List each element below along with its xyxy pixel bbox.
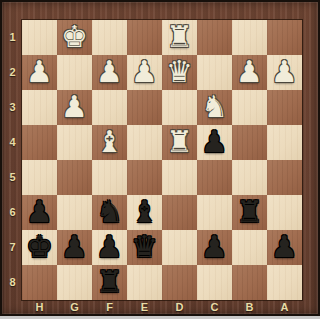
file-label-g: G — [57, 300, 92, 316]
file-label-a: A — [267, 300, 302, 316]
file-label-b: B — [232, 300, 267, 316]
square-h6[interactable]: ♟ — [22, 195, 57, 230]
square-d4[interactable]: ♜ — [162, 125, 197, 160]
square-g4[interactable] — [57, 125, 92, 160]
square-b4[interactable] — [232, 125, 267, 160]
square-h2[interactable]: ♟ — [22, 55, 57, 90]
white-pawn[interactable]: ♟ — [22, 55, 57, 90]
white-pawn[interactable]: ♟ — [232, 55, 267, 90]
square-a5[interactable] — [267, 160, 302, 195]
white-pawn[interactable]: ♟ — [57, 90, 92, 125]
square-c2[interactable] — [197, 55, 232, 90]
rank-label-1: 1 — [4, 20, 21, 55]
rank-label-4: 4 — [4, 125, 21, 160]
square-h7[interactable]: ♚ — [22, 230, 57, 265]
black-bishop[interactable]: ♝ — [127, 195, 162, 230]
square-c5[interactable] — [197, 160, 232, 195]
square-a2[interactable]: ♟ — [267, 55, 302, 90]
square-a7[interactable]: ♟ — [267, 230, 302, 265]
square-h3[interactable] — [22, 90, 57, 125]
square-f6[interactable]: ♞ — [92, 195, 127, 230]
square-f8[interactable]: ♜ — [92, 265, 127, 300]
white-king[interactable]: ♚ — [57, 20, 92, 55]
square-c6[interactable] — [197, 195, 232, 230]
black-pawn[interactable]: ♟ — [197, 125, 232, 160]
square-c8[interactable] — [197, 265, 232, 300]
board-frame: ♚♜♟♟♟♛♟♟♟♞♝♜♟♟♞♝♜♚♟♟♛♟♟♜ 12345678 HGFEDC… — [0, 0, 320, 316]
file-label-d: D — [162, 300, 197, 316]
square-b3[interactable] — [232, 90, 267, 125]
file-label-c: C — [197, 300, 232, 316]
square-a6[interactable] — [267, 195, 302, 230]
square-e7[interactable]: ♛ — [127, 230, 162, 265]
square-c4[interactable]: ♟ — [197, 125, 232, 160]
file-label-f: F — [92, 300, 127, 316]
white-rook[interactable]: ♜ — [162, 125, 197, 160]
file-label-h: H — [22, 300, 57, 316]
square-b1[interactable] — [232, 20, 267, 55]
square-d3[interactable] — [162, 90, 197, 125]
square-d7[interactable] — [162, 230, 197, 265]
white-queen[interactable]: ♛ — [162, 55, 197, 90]
square-e8[interactable] — [127, 265, 162, 300]
page-background: ♚♜♟♟♟♛♟♟♟♞♝♜♟♟♞♝♜♚♟♟♛♟♟♜ 12345678 HGFEDC… — [0, 0, 320, 319]
square-d8[interactable] — [162, 265, 197, 300]
square-b7[interactable] — [232, 230, 267, 265]
square-h4[interactable] — [22, 125, 57, 160]
square-b6[interactable]: ♜ — [232, 195, 267, 230]
square-e2[interactable]: ♟ — [127, 55, 162, 90]
rank-label-6: 6 — [4, 195, 21, 230]
square-g7[interactable]: ♟ — [57, 230, 92, 265]
white-pawn[interactable]: ♟ — [92, 55, 127, 90]
square-e6[interactable]: ♝ — [127, 195, 162, 230]
black-rook[interactable]: ♜ — [232, 195, 267, 230]
white-rook[interactable]: ♜ — [162, 20, 197, 55]
square-c3[interactable]: ♞ — [197, 90, 232, 125]
square-d6[interactable] — [162, 195, 197, 230]
square-e4[interactable] — [127, 125, 162, 160]
square-a8[interactable] — [267, 265, 302, 300]
square-c7[interactable]: ♟ — [197, 230, 232, 265]
square-g1[interactable]: ♚ — [57, 20, 92, 55]
square-f4[interactable]: ♝ — [92, 125, 127, 160]
square-e1[interactable] — [127, 20, 162, 55]
square-g3[interactable]: ♟ — [57, 90, 92, 125]
black-pawn[interactable]: ♟ — [92, 230, 127, 265]
square-c1[interactable] — [197, 20, 232, 55]
rank-label-5: 5 — [4, 160, 21, 195]
square-g6[interactable] — [57, 195, 92, 230]
black-queen[interactable]: ♛ — [127, 230, 162, 265]
chess-board: ♚♜♟♟♟♛♟♟♟♞♝♜♟♟♞♝♜♚♟♟♛♟♟♜ — [22, 20, 302, 300]
square-f5[interactable] — [92, 160, 127, 195]
rank-label-3: 3 — [4, 90, 21, 125]
square-d1[interactable]: ♜ — [162, 20, 197, 55]
black-pawn[interactable]: ♟ — [197, 230, 232, 265]
square-b8[interactable] — [232, 265, 267, 300]
white-pawn[interactable]: ♟ — [267, 55, 302, 90]
rank-label-2: 2 — [4, 55, 21, 90]
black-pawn[interactable]: ♟ — [22, 195, 57, 230]
file-label-e: E — [127, 300, 162, 316]
black-king[interactable]: ♚ — [22, 230, 57, 265]
square-a4[interactable] — [267, 125, 302, 160]
square-e3[interactable] — [127, 90, 162, 125]
square-h8[interactable] — [22, 265, 57, 300]
square-a1[interactable] — [267, 20, 302, 55]
square-f2[interactable]: ♟ — [92, 55, 127, 90]
square-d2[interactable]: ♛ — [162, 55, 197, 90]
white-bishop[interactable]: ♝ — [92, 125, 127, 160]
black-knight[interactable]: ♞ — [92, 195, 127, 230]
square-a3[interactable] — [267, 90, 302, 125]
square-g8[interactable] — [57, 265, 92, 300]
black-rook[interactable]: ♜ — [92, 265, 127, 300]
square-f3[interactable] — [92, 90, 127, 125]
white-pawn[interactable]: ♟ — [127, 55, 162, 90]
square-f7[interactable]: ♟ — [92, 230, 127, 265]
rank-label-8: 8 — [4, 265, 21, 300]
square-g5[interactable] — [57, 160, 92, 195]
white-knight[interactable]: ♞ — [197, 90, 232, 125]
square-h1[interactable] — [22, 20, 57, 55]
square-e5[interactable] — [127, 160, 162, 195]
square-b5[interactable] — [232, 160, 267, 195]
black-pawn[interactable]: ♟ — [267, 230, 302, 265]
square-g2[interactable] — [57, 55, 92, 90]
black-pawn[interactable]: ♟ — [57, 230, 92, 265]
square-h5[interactable] — [22, 160, 57, 195]
square-d5[interactable] — [162, 160, 197, 195]
rank-label-7: 7 — [4, 230, 21, 265]
square-f1[interactable] — [92, 20, 127, 55]
square-b2[interactable]: ♟ — [232, 55, 267, 90]
